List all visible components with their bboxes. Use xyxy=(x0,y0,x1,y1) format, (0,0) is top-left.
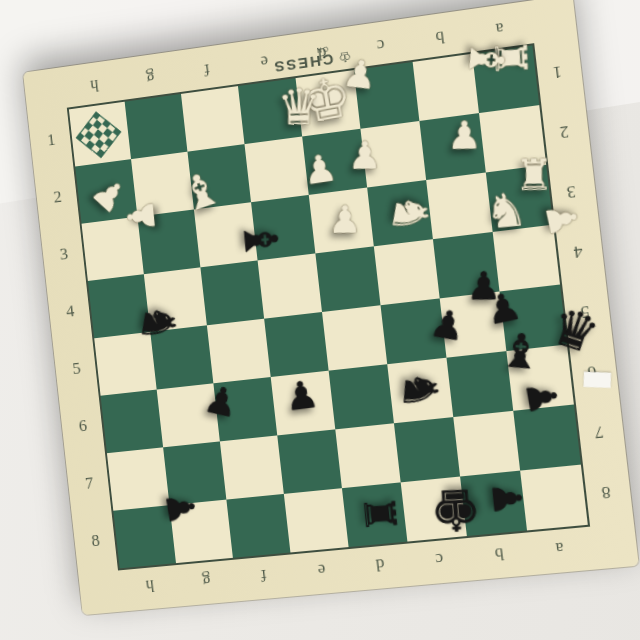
photo-stage: aabbccddeeffgghh1122334455667788 ♚♛♜♜♝♝♞… xyxy=(0,0,640,640)
square-c7[interactable] xyxy=(394,417,460,482)
pieces-layer: ♚♛♜♜♝♝♞♞♟♟♟♟♟♟♟♟♚♛♜♝♝♞♞♟♟♟♟♟♟♟♟ xyxy=(83,566,639,615)
piece-white-pawn-g2[interactable]: ♟ xyxy=(122,198,161,235)
square-e7[interactable] xyxy=(277,429,342,494)
piece-black-pawn-a6[interactable]: ♟ xyxy=(520,377,565,418)
rank-label-right-7: 7 xyxy=(79,473,100,494)
piece-white-knight-c3[interactable]: ♞ xyxy=(384,190,437,239)
file-label-bottom-b: b xyxy=(429,25,451,48)
square-c4[interactable] xyxy=(374,239,440,305)
file-label-top-c: c xyxy=(428,548,450,570)
perspective-wrapper: aabbccddeeffgghh1122334455667788 ♚♛♜♜♝♝♞… xyxy=(0,0,640,640)
square-e2[interactable] xyxy=(244,136,308,202)
piece-white-pawn-b2[interactable]: ♟ xyxy=(448,116,483,155)
piece-black-pawn-e6[interactable]: ♟ xyxy=(283,375,322,417)
square-f1[interactable] xyxy=(181,86,244,152)
square-f8[interactable] xyxy=(226,494,290,558)
piece-black-king-c8[interactable]: ♚ xyxy=(429,481,483,539)
piece-black-knight-g4[interactable]: ♞ xyxy=(134,300,184,348)
square-d6[interactable] xyxy=(329,364,394,429)
rank-label-right-2: 2 xyxy=(47,187,68,209)
square-b7[interactable] xyxy=(453,411,520,477)
square-f4[interactable] xyxy=(200,260,264,325)
piece-white-pawn-c2[interactable]: ♟ xyxy=(348,137,382,176)
rank-label-right-4: 4 xyxy=(60,301,81,323)
piece-black-bishop-f3[interactable]: ♝ xyxy=(236,218,284,263)
piece-black-pawn-g7[interactable]: ♟ xyxy=(160,489,202,528)
square-d4[interactable] xyxy=(315,246,380,312)
square-g1[interactable] xyxy=(125,94,188,159)
rank-label-right-5: 5 xyxy=(66,359,87,381)
square-e8[interactable] xyxy=(284,488,349,552)
square-f7[interactable] xyxy=(220,435,284,499)
file-label-top-e: e xyxy=(311,559,333,581)
square-d5[interactable] xyxy=(322,305,387,370)
piece-white-pawn-a4[interactable]: ♟ xyxy=(539,198,585,240)
chess-board: aabbccddeeffgghh1122334455667788 ♚♛♜♜♝♝♞… xyxy=(23,0,639,615)
rank-label-left-2: 2 xyxy=(553,121,576,144)
square-h6[interactable] xyxy=(101,390,164,454)
square-e5[interactable] xyxy=(264,312,329,377)
checkered-diamond-logo xyxy=(71,106,126,163)
file-label-top-a: a xyxy=(548,537,571,559)
rank-label-left-4: 4 xyxy=(567,241,590,264)
file-label-bottom-c: c xyxy=(370,34,392,57)
file-label-top-f: f xyxy=(253,564,275,586)
piece-white-pawn-d3[interactable]: ♟ xyxy=(328,201,362,239)
rank-label-left-8: 8 xyxy=(595,481,618,503)
rank-label-right-6: 6 xyxy=(72,416,93,437)
piece-black-pawn-b8[interactable]: ♟ xyxy=(486,480,528,517)
file-label-top-g: g xyxy=(196,569,217,590)
file-label-bottom-a: a xyxy=(488,17,511,40)
coordinate-labels: aabbccddeeffgghh1122334455667788 xyxy=(83,566,639,615)
rank-label-right-1: 1 xyxy=(41,130,62,152)
square-f5[interactable] xyxy=(207,319,271,384)
file-label-top-d: d xyxy=(369,553,391,575)
piece-black-knight-c6[interactable]: ♞ xyxy=(396,368,446,414)
rank-label-right-8: 8 xyxy=(85,531,106,552)
file-label-top-h: h xyxy=(139,575,160,596)
rank-label-left-1: 1 xyxy=(546,61,569,84)
crown-icon: ♔ xyxy=(338,47,352,66)
piece-white-bishop-b1[interactable]: ♝ xyxy=(461,38,512,83)
rank-label-left-7: 7 xyxy=(588,421,611,444)
rank-label-right-3: 3 xyxy=(54,244,75,266)
square-d7[interactable] xyxy=(335,423,400,488)
file-label-top-b: b xyxy=(488,542,511,564)
tape-patch xyxy=(583,372,611,388)
piece-black-bishop-b6[interactable]: ♝ xyxy=(498,328,544,378)
piece-white-pawn-d2[interactable]: ♟ xyxy=(301,148,340,191)
file-label-bottom-h: h xyxy=(84,74,105,96)
piece-white-knight-b3[interactable]: ♞ xyxy=(483,187,529,238)
file-label-bottom-g: g xyxy=(140,66,161,88)
piece-black-rook-d8[interactable]: ♜ xyxy=(357,494,402,535)
square-e4[interactable] xyxy=(258,253,322,318)
square-a8[interactable] xyxy=(520,465,588,531)
piece-white-queen-e1[interactable]: ♛ xyxy=(278,82,322,133)
